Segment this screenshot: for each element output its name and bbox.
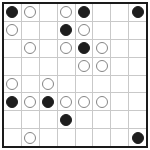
cell-r5c3[interactable] <box>40 76 57 93</box>
cell-r5c1[interactable] <box>4 76 21 93</box>
cell-r4c3[interactable] <box>40 58 57 75</box>
black-pearl-icon <box>78 42 90 54</box>
white-pearl-icon <box>24 132 36 144</box>
white-pearl-icon <box>78 60 90 72</box>
white-pearl-icon <box>24 42 36 54</box>
white-pearl-icon <box>24 6 36 18</box>
cell-r3c8[interactable] <box>129 40 146 57</box>
cell-r8c7[interactable] <box>111 129 128 146</box>
white-pearl-icon <box>78 24 90 36</box>
black-pearl-icon <box>132 132 144 144</box>
white-pearl-icon <box>24 96 36 108</box>
white-pearl-icon <box>6 24 18 36</box>
cell-r2c5[interactable] <box>76 22 93 39</box>
cell-r4c1[interactable] <box>4 58 21 75</box>
cell-r1c5[interactable] <box>76 4 93 21</box>
cell-r2c8[interactable] <box>129 22 146 39</box>
cell-r2c4[interactable] <box>58 22 75 39</box>
black-pearl-icon <box>132 6 144 18</box>
cell-r7c8[interactable] <box>129 111 146 128</box>
cell-r7c6[interactable] <box>93 111 110 128</box>
cell-r3c7[interactable] <box>111 40 128 57</box>
cell-r3c4[interactable] <box>58 40 75 57</box>
cell-r2c2[interactable] <box>22 22 39 39</box>
cell-r1c7[interactable] <box>111 4 128 21</box>
cell-r1c4[interactable] <box>58 4 75 21</box>
cell-r1c6[interactable] <box>93 4 110 21</box>
cell-r6c4[interactable] <box>58 93 75 110</box>
black-pearl-icon <box>6 6 18 18</box>
cell-r5c2[interactable] <box>22 76 39 93</box>
cell-r4c6[interactable] <box>93 58 110 75</box>
cell-r4c4[interactable] <box>58 58 75 75</box>
cell-r7c3[interactable] <box>40 111 57 128</box>
white-pearl-icon <box>96 60 108 72</box>
cell-r6c7[interactable] <box>111 93 128 110</box>
cell-r5c6[interactable] <box>93 76 110 93</box>
cell-r7c1[interactable] <box>4 111 21 128</box>
white-pearl-icon <box>60 6 72 18</box>
black-pearl-icon <box>78 6 90 18</box>
cell-r8c6[interactable] <box>93 129 110 146</box>
black-pearl-icon <box>60 24 72 36</box>
cell-r7c5[interactable] <box>76 111 93 128</box>
cell-r3c5[interactable] <box>76 40 93 57</box>
cell-r1c3[interactable] <box>40 4 57 21</box>
white-pearl-icon <box>78 96 90 108</box>
cell-r3c3[interactable] <box>40 40 57 57</box>
cell-r8c5[interactable] <box>76 129 93 146</box>
cell-r6c1[interactable] <box>4 93 21 110</box>
white-pearl-icon <box>96 96 108 108</box>
cell-r5c5[interactable] <box>76 76 93 93</box>
black-pearl-icon <box>42 96 54 108</box>
cell-r7c7[interactable] <box>111 111 128 128</box>
cell-r4c7[interactable] <box>111 58 128 75</box>
white-pearl-icon <box>96 42 108 54</box>
white-pearl-icon <box>60 42 72 54</box>
cell-r2c6[interactable] <box>93 22 110 39</box>
cell-r5c7[interactable] <box>111 76 128 93</box>
cell-r5c4[interactable] <box>58 76 75 93</box>
cell-r4c5[interactable] <box>76 58 93 75</box>
cell-r1c1[interactable] <box>4 4 21 21</box>
white-pearl-icon <box>6 78 18 90</box>
cell-r2c3[interactable] <box>40 22 57 39</box>
masyu-board <box>2 2 148 148</box>
cell-r6c2[interactable] <box>22 93 39 110</box>
cell-r4c8[interactable] <box>129 58 146 75</box>
cell-r3c2[interactable] <box>22 40 39 57</box>
cell-r4c2[interactable] <box>22 58 39 75</box>
cell-r2c1[interactable] <box>4 22 21 39</box>
cell-r7c4[interactable] <box>58 111 75 128</box>
cell-r6c3[interactable] <box>40 93 57 110</box>
cell-r8c3[interactable] <box>40 129 57 146</box>
cell-r7c2[interactable] <box>22 111 39 128</box>
cell-r5c8[interactable] <box>129 76 146 93</box>
cell-r8c4[interactable] <box>58 129 75 146</box>
cell-r8c1[interactable] <box>4 129 21 146</box>
black-pearl-icon <box>60 114 72 126</box>
white-pearl-icon <box>42 78 54 90</box>
cell-r6c6[interactable] <box>93 93 110 110</box>
cell-r1c8[interactable] <box>129 4 146 21</box>
black-pearl-icon <box>6 96 18 108</box>
cell-r8c8[interactable] <box>129 129 146 146</box>
cell-r2c7[interactable] <box>111 22 128 39</box>
cell-r8c2[interactable] <box>22 129 39 146</box>
cell-r3c1[interactable] <box>4 40 21 57</box>
cell-r3c6[interactable] <box>93 40 110 57</box>
cell-r6c8[interactable] <box>129 93 146 110</box>
cell-r6c5[interactable] <box>76 93 93 110</box>
cell-r1c2[interactable] <box>22 4 39 21</box>
white-pearl-icon <box>60 96 72 108</box>
